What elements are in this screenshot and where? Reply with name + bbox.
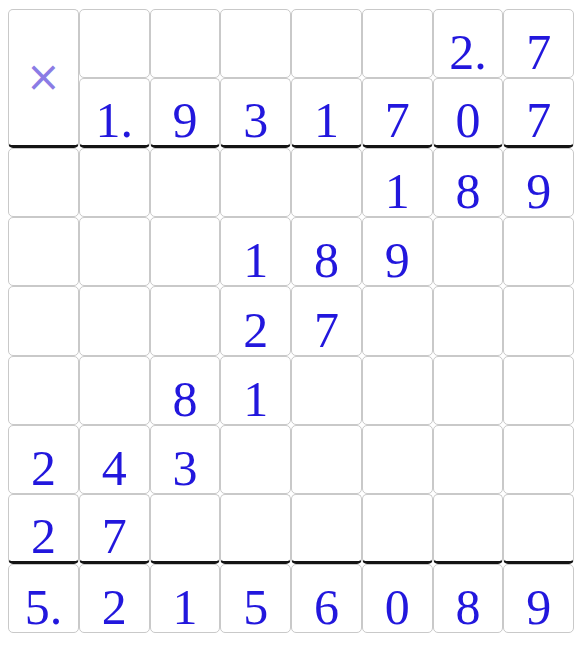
- digit-cell-r1c8: 7: [503, 9, 574, 78]
- empty-cell-r7c5: [291, 425, 362, 494]
- empty-cell-r5c6: [362, 286, 433, 355]
- empty-cell-r5c3: [150, 286, 221, 355]
- empty-cell-r5c8: [503, 286, 574, 355]
- digit-cell-r3c7: 8: [433, 148, 504, 217]
- digit-cell-r9c2: 2: [79, 564, 150, 633]
- empty-cell-r4c7: [433, 217, 504, 286]
- digit-cell-r2c8: 7: [503, 78, 574, 147]
- empty-cell-r1c4: [220, 9, 291, 78]
- digit-cell-r9c4: 5: [220, 564, 291, 633]
- digit-cell-r6c3: 8: [150, 356, 221, 425]
- digit-cell-r7c1: 2: [8, 425, 79, 494]
- empty-cell-r4c2: [79, 217, 150, 286]
- digit-cell-r2c3: 9: [150, 78, 221, 147]
- digit-cell-r2c5: 1: [291, 78, 362, 147]
- digit-cell-r9c8: 9: [503, 564, 574, 633]
- empty-cell-r7c4: [220, 425, 291, 494]
- digit-cell-r7c2: 4: [79, 425, 150, 494]
- empty-cell-r1c6: [362, 9, 433, 78]
- digit-cell-r3c6: 1: [362, 148, 433, 217]
- digit-cell-r2c6: 7: [362, 78, 433, 147]
- empty-cell-r3c5: [291, 148, 362, 217]
- empty-cell-r7c7: [433, 425, 504, 494]
- empty-cell-r7c6: [362, 425, 433, 494]
- empty-cell-r6c8: [503, 356, 574, 425]
- empty-cell-r5c2: [79, 286, 150, 355]
- empty-cell-r5c1: [8, 286, 79, 355]
- digit-cell-r3c8: 9: [503, 148, 574, 217]
- digit-cell-r2c4: 3: [220, 78, 291, 147]
- empty-cell-r8c6: [362, 494, 433, 563]
- empty-cell-r1c2: [79, 9, 150, 78]
- digit-cell-r8c2: 7: [79, 494, 150, 563]
- digit-cell-r4c5: 8: [291, 217, 362, 286]
- digit-cell-r7c3: 3: [150, 425, 221, 494]
- empty-cell-r3c1: [8, 148, 79, 217]
- digit-cell-r6c4: 1: [220, 356, 291, 425]
- long-multiplication-grid: ×2.71.9317071891892781243275.2156089: [0, 0, 581, 648]
- digit-cell-r8c1: 2: [8, 494, 79, 563]
- empty-cell-r1c5: [291, 9, 362, 78]
- digit-cell-r4c6: 9: [362, 217, 433, 286]
- empty-cell-r4c3: [150, 217, 221, 286]
- empty-cell-r8c3: [150, 494, 221, 563]
- empty-cell-r6c1: [8, 356, 79, 425]
- multiplication-sign-cell: ×: [8, 9, 79, 148]
- empty-cell-r6c5: [291, 356, 362, 425]
- empty-cell-r6c6: [362, 356, 433, 425]
- digit-cell-r5c4: 2: [220, 286, 291, 355]
- digit-cell-r9c3: 1: [150, 564, 221, 633]
- empty-cell-r8c5: [291, 494, 362, 563]
- empty-cell-r3c2: [79, 148, 150, 217]
- empty-cell-r4c8: [503, 217, 574, 286]
- empty-cell-r3c4: [220, 148, 291, 217]
- empty-cell-r1c3: [150, 9, 221, 78]
- digit-cell-r9c1: 5.: [8, 564, 79, 633]
- empty-cell-r6c7: [433, 356, 504, 425]
- digit-cell-r9c7: 8: [433, 564, 504, 633]
- digit-cell-r9c5: 6: [291, 564, 362, 633]
- empty-cell-r8c4: [220, 494, 291, 563]
- digit-cell-r5c5: 7: [291, 286, 362, 355]
- empty-cell-r3c3: [150, 148, 221, 217]
- digit-cell-r2c2: 1.: [79, 78, 150, 147]
- empty-cell-r7c8: [503, 425, 574, 494]
- empty-cell-r5c7: [433, 286, 504, 355]
- digit-cell-r2c7: 0: [433, 78, 504, 147]
- empty-cell-r8c8: [503, 494, 574, 563]
- digit-cell-r4c4: 1: [220, 217, 291, 286]
- digit-cell-r1c7: 2.: [433, 9, 504, 78]
- empty-cell-r6c2: [79, 356, 150, 425]
- empty-cell-r8c7: [433, 494, 504, 563]
- empty-cell-r4c1: [8, 217, 79, 286]
- digit-cell-r9c6: 0: [362, 564, 433, 633]
